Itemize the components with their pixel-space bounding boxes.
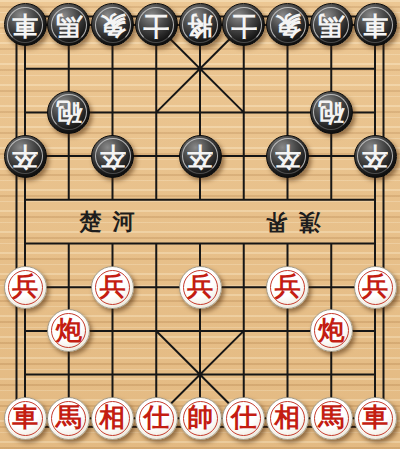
piece-glyph: 士 — [231, 12, 257, 38]
board-point: 砲 — [47, 91, 91, 135]
piece-black-elephant[interactable]: 象 — [91, 3, 134, 46]
piece-black-general[interactable]: 將 — [179, 3, 222, 46]
piece-glyph: 車 — [362, 12, 388, 38]
piece-red-chariot[interactable]: 車 — [4, 397, 47, 440]
piece-glyph: 仕 — [231, 405, 257, 431]
board-point: 炮 — [47, 309, 91, 353]
piece-glyph: 卒 — [187, 143, 213, 169]
piece-glyph: 卒 — [362, 143, 388, 169]
piece-glyph: 炮 — [318, 318, 344, 344]
piece-black-soldier[interactable]: 卒 — [354, 135, 397, 178]
piece-glyph: 兵 — [275, 274, 301, 300]
piece-glyph: 車 — [12, 12, 38, 38]
piece-black-cannon[interactable]: 砲 — [310, 91, 353, 134]
piece-glyph: 帥 — [187, 405, 213, 431]
piece-glyph: 炮 — [56, 318, 82, 344]
piece-glyph: 兵 — [12, 274, 38, 300]
board-point: 士 — [222, 3, 266, 47]
piece-red-soldier[interactable]: 兵 — [354, 266, 397, 309]
piece-red-chariot[interactable]: 車 — [354, 397, 397, 440]
board-point: 兵 — [91, 265, 135, 309]
piece-glyph: 馬 — [56, 405, 82, 431]
board-point: 相 — [266, 396, 310, 440]
board-point: 車 — [3, 3, 47, 47]
piece-glyph: 兵 — [100, 274, 126, 300]
piece-black-soldier[interactable]: 卒 — [4, 135, 47, 178]
board-point: 兵 — [178, 265, 222, 309]
board-point: 兵 — [266, 265, 310, 309]
piece-black-advisor[interactable]: 士 — [222, 3, 265, 46]
piece-glyph: 車 — [362, 405, 388, 431]
piece-black-horse[interactable]: 馬 — [47, 3, 90, 46]
piece-black-soldier[interactable]: 卒 — [266, 135, 309, 178]
board-point: 仕 — [222, 396, 266, 440]
piece-glyph: 兵 — [362, 274, 388, 300]
pieces-layer: 車馬象士將士象馬車砲砲卒卒卒卒卒兵兵兵兵兵炮炮車馬相仕帥仕相馬車 — [3, 3, 397, 440]
piece-glyph: 將 — [187, 12, 213, 38]
piece-red-soldier[interactable]: 兵 — [266, 266, 309, 309]
piece-red-general[interactable]: 帥 — [179, 397, 222, 440]
piece-red-soldier[interactable]: 兵 — [91, 266, 134, 309]
board-point: 炮 — [309, 309, 353, 353]
piece-red-horse[interactable]: 馬 — [310, 397, 353, 440]
piece-black-chariot[interactable]: 車 — [4, 3, 47, 46]
piece-red-cannon[interactable]: 炮 — [47, 309, 90, 352]
board-point: 兵 — [353, 265, 397, 309]
board-point: 卒 — [266, 134, 310, 178]
piece-black-soldier[interactable]: 卒 — [179, 135, 222, 178]
board-point: 馬 — [309, 3, 353, 47]
piece-black-advisor[interactable]: 士 — [135, 3, 178, 46]
board-point: 相 — [91, 396, 135, 440]
piece-red-advisor[interactable]: 仕 — [222, 397, 265, 440]
board-point: 卒 — [178, 134, 222, 178]
piece-glyph: 車 — [12, 405, 38, 431]
piece-black-chariot[interactable]: 車 — [354, 3, 397, 46]
board-point: 砲 — [309, 91, 353, 135]
piece-red-soldier[interactable]: 兵 — [4, 266, 47, 309]
board-point: 馬 — [47, 396, 91, 440]
piece-black-elephant[interactable]: 象 — [266, 3, 309, 46]
board-point: 象 — [266, 3, 310, 47]
board-point: 士 — [134, 3, 178, 47]
piece-glyph: 馬 — [56, 12, 82, 38]
board-point: 車 — [353, 3, 397, 47]
board-point: 車 — [3, 396, 47, 440]
board-point: 卒 — [91, 134, 135, 178]
piece-black-cannon[interactable]: 砲 — [47, 91, 90, 134]
piece-glyph: 象 — [275, 12, 301, 38]
piece-glyph: 兵 — [187, 274, 213, 300]
piece-red-elephant[interactable]: 相 — [266, 397, 309, 440]
board-point: 卒 — [3, 134, 47, 178]
piece-glyph: 馬 — [318, 405, 344, 431]
board-point: 帥 — [178, 396, 222, 440]
board-point: 將 — [178, 3, 222, 47]
piece-glyph: 卒 — [12, 143, 38, 169]
board-point: 馬 — [309, 396, 353, 440]
piece-red-elephant[interactable]: 相 — [91, 397, 134, 440]
piece-red-advisor[interactable]: 仕 — [135, 397, 178, 440]
board-point: 車 — [353, 396, 397, 440]
piece-glyph: 卒 — [275, 143, 301, 169]
piece-glyph: 象 — [100, 12, 126, 38]
xiangqi-board: 楚河 漢界 車馬象士將士象馬車砲砲卒卒卒卒卒兵兵兵兵兵炮炮車馬相仕帥仕相馬車 — [0, 0, 400, 449]
piece-glyph: 士 — [143, 12, 169, 38]
piece-red-soldier[interactable]: 兵 — [179, 266, 222, 309]
piece-glyph: 砲 — [56, 99, 82, 125]
piece-glyph: 砲 — [318, 99, 344, 125]
piece-glyph: 相 — [100, 405, 126, 431]
board-point: 仕 — [134, 396, 178, 440]
piece-black-soldier[interactable]: 卒 — [91, 135, 134, 178]
piece-glyph: 馬 — [318, 12, 344, 38]
board-point: 卒 — [353, 134, 397, 178]
board-point: 兵 — [3, 265, 47, 309]
piece-glyph: 卒 — [100, 143, 126, 169]
piece-red-cannon[interactable]: 炮 — [310, 309, 353, 352]
piece-glyph: 仕 — [143, 405, 169, 431]
piece-red-horse[interactable]: 馬 — [47, 397, 90, 440]
piece-black-horse[interactable]: 馬 — [310, 3, 353, 46]
board-point: 象 — [91, 3, 135, 47]
piece-glyph: 相 — [275, 405, 301, 431]
board-point: 馬 — [47, 3, 91, 47]
